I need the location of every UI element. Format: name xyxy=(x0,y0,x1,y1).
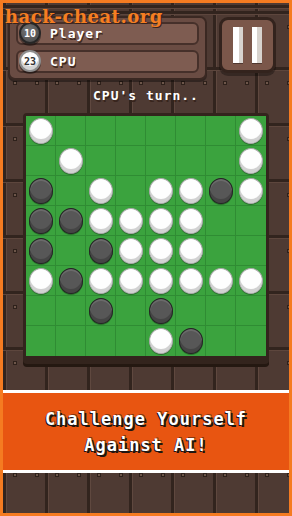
white-disc xyxy=(29,118,53,144)
banner-line-2: Against AI! xyxy=(3,432,289,458)
board-cell[interactable] xyxy=(116,236,146,266)
board-cell[interactable] xyxy=(116,326,146,356)
white-disc xyxy=(179,178,203,204)
player-score: 10 xyxy=(24,28,36,39)
board-cell[interactable] xyxy=(56,326,86,356)
banner-line-1: Challenge Yourself xyxy=(3,406,289,432)
white-disc xyxy=(29,268,53,294)
board-cell[interactable] xyxy=(56,176,86,206)
board-cell[interactable] xyxy=(26,176,56,206)
player-name-label: Player xyxy=(50,26,103,41)
board-cell[interactable] xyxy=(236,176,266,206)
cpu-score: 23 xyxy=(24,56,36,67)
white-disc xyxy=(209,268,233,294)
board-cell[interactable] xyxy=(146,146,176,176)
cpu-name-label: CPU xyxy=(50,54,76,69)
board-cell[interactable] xyxy=(146,176,176,206)
black-disc xyxy=(89,238,113,264)
board-cell[interactable] xyxy=(116,296,146,326)
board-cell[interactable] xyxy=(26,296,56,326)
board-cell[interactable] xyxy=(56,206,86,236)
board-cell[interactable] xyxy=(146,266,176,296)
game-screen: hack-cheat.org 10 Player 23 CPU CPU's tu… xyxy=(0,0,292,516)
board-cell[interactable] xyxy=(146,236,176,266)
board-cell[interactable] xyxy=(86,266,116,296)
white-disc xyxy=(59,148,83,174)
board-cell[interactable] xyxy=(236,206,266,236)
othello-board xyxy=(26,116,266,356)
board-frame xyxy=(23,113,269,364)
board-cell[interactable] xyxy=(116,176,146,206)
board-cell[interactable] xyxy=(146,326,176,356)
white-disc xyxy=(149,178,173,204)
white-disc xyxy=(179,268,203,294)
board-cell[interactable] xyxy=(86,176,116,206)
board-cell[interactable] xyxy=(176,326,206,356)
black-disc xyxy=(209,178,233,204)
board-cell[interactable] xyxy=(56,296,86,326)
black-disc xyxy=(59,208,83,234)
board-cell[interactable] xyxy=(176,236,206,266)
board-cell[interactable] xyxy=(206,266,236,296)
board-cell[interactable] xyxy=(206,296,236,326)
pause-icon xyxy=(252,27,262,63)
board-cell[interactable] xyxy=(176,176,206,206)
black-disc xyxy=(29,238,53,264)
white-disc xyxy=(239,148,263,174)
board-cell[interactable] xyxy=(86,116,116,146)
watermark-text: hack-cheat.org xyxy=(5,6,163,27)
black-disc xyxy=(59,268,83,294)
board-cell[interactable] xyxy=(56,116,86,146)
white-disc xyxy=(119,268,143,294)
board-cell[interactable] xyxy=(176,116,206,146)
white-disc xyxy=(179,238,203,264)
cpu-score-bar: 23 CPU xyxy=(16,50,199,73)
white-disc xyxy=(89,178,113,204)
promo-banner[interactable]: Challenge Yourself Against AI! xyxy=(3,390,289,473)
board-cell[interactable] xyxy=(206,236,236,266)
black-disc xyxy=(29,178,53,204)
board-cell[interactable] xyxy=(56,236,86,266)
board-cell[interactable] xyxy=(146,206,176,236)
white-disc xyxy=(119,208,143,234)
board-cell[interactable] xyxy=(176,146,206,176)
board-cell[interactable] xyxy=(206,326,236,356)
board-cell[interactable] xyxy=(86,236,116,266)
black-disc xyxy=(179,328,203,354)
white-disc xyxy=(149,208,173,234)
board-cell[interactable] xyxy=(206,116,236,146)
white-disc xyxy=(89,268,113,294)
board-cell[interactable] xyxy=(86,326,116,356)
board-cell[interactable] xyxy=(206,206,236,236)
board-cell[interactable] xyxy=(236,326,266,356)
black-disc xyxy=(89,298,113,324)
black-disc xyxy=(149,298,173,324)
board-cell[interactable] xyxy=(176,266,206,296)
board-cell[interactable] xyxy=(26,116,56,146)
board-cell[interactable] xyxy=(86,206,116,236)
board-cell[interactable] xyxy=(116,266,146,296)
board-cell[interactable] xyxy=(236,296,266,326)
white-disc xyxy=(89,208,113,234)
board-cell[interactable] xyxy=(206,146,236,176)
board-cell[interactable] xyxy=(146,116,176,146)
board-cell[interactable] xyxy=(56,146,86,176)
board-cell[interactable] xyxy=(26,266,56,296)
white-disc xyxy=(179,208,203,234)
board-cell[interactable] xyxy=(86,296,116,326)
turn-status: CPU's turn.. xyxy=(3,88,289,103)
board-cell[interactable] xyxy=(236,266,266,296)
white-disc xyxy=(119,238,143,264)
board-cell[interactable] xyxy=(26,236,56,266)
white-disc xyxy=(239,118,263,144)
board-cell[interactable] xyxy=(26,326,56,356)
board-cell[interactable] xyxy=(116,206,146,236)
white-disc xyxy=(239,178,263,204)
board-cell[interactable] xyxy=(116,146,146,176)
board-cell[interactable] xyxy=(146,296,176,326)
board-cell[interactable] xyxy=(176,206,206,236)
board-cell[interactable] xyxy=(116,116,146,146)
white-disc xyxy=(149,328,173,354)
cpu-disc-icon: 23 xyxy=(19,50,41,72)
white-disc xyxy=(149,238,173,264)
board-cell[interactable] xyxy=(236,236,266,266)
board-cell[interactable] xyxy=(26,206,56,236)
board-cell[interactable] xyxy=(236,116,266,146)
white-disc xyxy=(239,268,263,294)
board-cell[interactable] xyxy=(176,296,206,326)
board-cell[interactable] xyxy=(56,266,86,296)
board-cell[interactable] xyxy=(236,146,266,176)
white-disc xyxy=(149,268,173,294)
board-cell[interactable] xyxy=(86,146,116,176)
board-cell[interactable] xyxy=(26,146,56,176)
board-cell[interactable] xyxy=(206,176,236,206)
pause-button[interactable] xyxy=(219,17,276,73)
black-disc xyxy=(29,208,53,234)
pause-icon xyxy=(233,27,243,63)
